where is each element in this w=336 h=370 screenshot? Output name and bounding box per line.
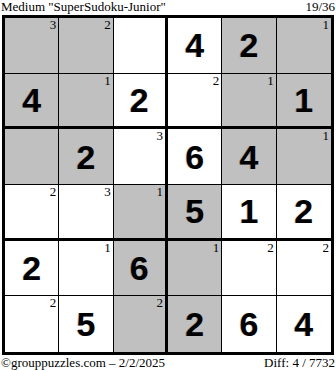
cell-r4c2[interactable]: 3 — [59, 185, 113, 241]
cell-r6c3[interactable]: 2 — [114, 296, 168, 352]
cell-r1c2[interactable]: 2 — [59, 18, 113, 74]
pencil-mark: 1 — [104, 73, 111, 88]
pencil-mark: 1 — [213, 240, 220, 255]
pencil-mark: 2 — [104, 17, 111, 32]
cell-r5c4[interactable]: 1 — [168, 241, 222, 297]
cell-r5c3[interactable]: 6 — [114, 241, 168, 297]
cell-r6c5[interactable]: 6 — [222, 296, 276, 352]
puzzle-header: Medium "SuperSudoku-Junior" 19/36 — [0, 0, 336, 15]
cell-r6c2[interactable]: 5 — [59, 296, 113, 352]
clue-counter: 19/36 — [305, 0, 335, 15]
pencil-mark: 2 — [322, 240, 329, 255]
cell-r2c6[interactable]: 1 — [277, 74, 331, 130]
cell-r4c4[interactable]: 5 — [168, 185, 222, 241]
pencil-mark: 1 — [322, 128, 329, 143]
page-title: Medium "SuperSudoku-Junior" — [1, 0, 166, 15]
cell-r1c1[interactable]: 3 — [5, 18, 59, 74]
cell-r5c6[interactable]: 2 — [277, 241, 331, 297]
cell-r6c4[interactable]: 2 — [168, 296, 222, 352]
given-digit: 2 — [240, 28, 259, 62]
cell-r5c2[interactable]: 1 — [59, 241, 113, 297]
given-digit: 4 — [22, 83, 41, 117]
sudoku-board: 3242141221123641231512216122252264 — [2, 15, 334, 355]
pencil-mark: 2 — [213, 73, 220, 88]
given-digit: 4 — [185, 28, 204, 62]
puzzle-footer: ©grouppuzzles.com – 2/2/2025 Diff: 4 / 7… — [0, 355, 336, 370]
cell-r4c3[interactable]: 1 — [114, 185, 168, 241]
given-digit: 6 — [240, 307, 259, 341]
cell-r4c6[interactable]: 2 — [277, 185, 331, 241]
cell-r6c6[interactable]: 4 — [277, 296, 331, 352]
pencil-mark: 3 — [156, 128, 163, 143]
given-digit: 5 — [77, 307, 96, 341]
cell-r5c5[interactable]: 2 — [222, 241, 276, 297]
given-digit: 4 — [294, 307, 313, 341]
cell-r1c5[interactable]: 2 — [222, 18, 276, 74]
pencil-mark: 3 — [104, 184, 111, 199]
given-digit: 1 — [294, 83, 313, 117]
pencil-mark: 2 — [267, 240, 274, 255]
given-digit: 6 — [185, 140, 204, 174]
cell-r3c5[interactable]: 4 — [222, 129, 276, 185]
given-digit: 5 — [185, 194, 204, 228]
pencil-mark: 2 — [50, 184, 57, 199]
cell-r1c4[interactable]: 4 — [168, 18, 222, 74]
pencil-mark: 1 — [322, 17, 329, 32]
cell-r5c1[interactable]: 2 — [5, 241, 59, 297]
given-digit: 2 — [294, 194, 313, 228]
cell-r3c3[interactable]: 3 — [114, 129, 168, 185]
pencil-mark: 1 — [104, 240, 111, 255]
cell-r1c6[interactable]: 1 — [277, 18, 331, 74]
cell-r4c1[interactable]: 2 — [5, 185, 59, 241]
given-digit: 6 — [130, 251, 149, 285]
given-digit: 2 — [22, 251, 41, 285]
copyright-text: ©grouppuzzles.com – 2/2/2025 — [1, 355, 165, 370]
cell-r4c5[interactable]: 1 — [222, 185, 276, 241]
given-digit: 4 — [240, 140, 259, 174]
cell-r2c1[interactable]: 4 — [5, 74, 59, 130]
given-digit: 2 — [77, 140, 96, 174]
pencil-mark: 3 — [50, 17, 57, 32]
difficulty-text: Diff: 4 / 7732 — [264, 355, 335, 370]
pencil-mark: 1 — [156, 184, 163, 199]
cell-r2c4[interactable]: 2 — [168, 74, 222, 130]
cell-r6c1[interactable]: 2 — [5, 296, 59, 352]
pencil-mark: 1 — [267, 73, 274, 88]
given-digit: 2 — [185, 307, 204, 341]
cell-r3c6[interactable]: 1 — [277, 129, 331, 185]
given-digit: 2 — [130, 83, 149, 117]
pencil-mark: 2 — [156, 295, 163, 310]
cell-r2c5[interactable]: 1 — [222, 74, 276, 130]
cell-r3c1[interactable] — [5, 129, 59, 185]
cell-r1c3[interactable] — [114, 18, 168, 74]
cell-r3c4[interactable]: 6 — [168, 129, 222, 185]
cell-r3c2[interactable]: 2 — [59, 129, 113, 185]
cell-r2c3[interactable]: 2 — [114, 74, 168, 130]
pencil-mark: 2 — [50, 295, 57, 310]
given-digit: 1 — [240, 194, 259, 228]
cell-r2c2[interactable]: 1 — [59, 74, 113, 130]
